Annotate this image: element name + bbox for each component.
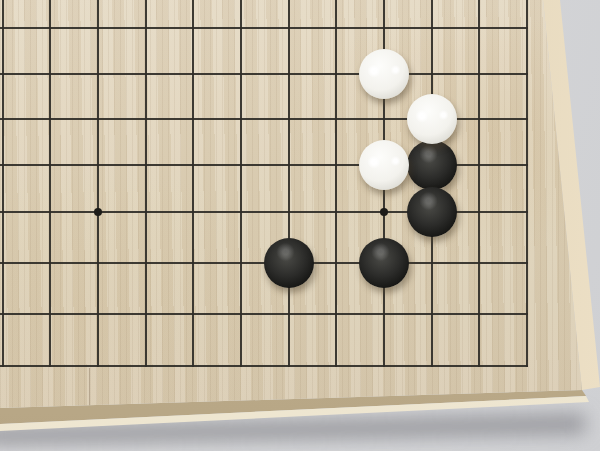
photo-scene bbox=[0, 0, 600, 451]
grid-line-vertical-O bbox=[288, 0, 290, 367]
grid-line-vertical-S bbox=[478, 0, 480, 367]
grid-line-vertical-K bbox=[97, 0, 99, 367]
grid-line-horizontal-2 bbox=[0, 313, 528, 315]
black-stone-O3 bbox=[264, 238, 314, 288]
black-stone-R4 bbox=[407, 187, 457, 237]
star-point-K4 bbox=[94, 208, 102, 216]
grid-line-horizontal-7 bbox=[0, 73, 528, 75]
grid-line-vertical-J bbox=[49, 0, 51, 367]
black-stone-R5 bbox=[407, 140, 457, 190]
grid-line-horizontal-8 bbox=[0, 27, 528, 29]
white-stone-Q5 bbox=[359, 140, 409, 190]
white-stone-R6 bbox=[407, 94, 457, 144]
grid-line-vertical-M bbox=[192, 0, 194, 367]
grid-line-vertical-N bbox=[240, 0, 242, 367]
black-stone-Q3 bbox=[359, 238, 409, 288]
grid-line-vertical-L bbox=[145, 0, 147, 367]
white-stone-Q7 bbox=[359, 49, 409, 99]
go-board-surface bbox=[0, 0, 600, 451]
grid-line-vertical-P bbox=[335, 0, 337, 367]
grid-line-vertical-T bbox=[526, 0, 528, 367]
grid-line-horizontal-1 bbox=[0, 365, 528, 367]
grid-line-vertical-H bbox=[2, 0, 4, 367]
star-point-Q4 bbox=[380, 208, 388, 216]
